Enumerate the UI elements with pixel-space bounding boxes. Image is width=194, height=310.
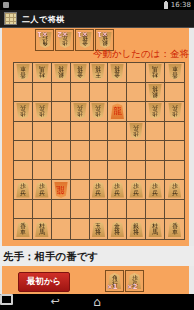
board-cell[interactable]: 龍 <box>108 102 127 122</box>
status-band: 先手：相手の番です <box>0 246 194 266</box>
captured-piece-cell[interactable]: 角行×1 <box>105 270 124 292</box>
captured-piece-cell[interactable]: 歩兵×2 <box>55 29 74 51</box>
board-cell[interactable] <box>90 122 109 142</box>
board-cell[interactable] <box>146 122 165 142</box>
board-cell[interactable]: 歩兵 <box>108 180 127 200</box>
board-cell[interactable] <box>165 141 184 161</box>
board-cell[interactable] <box>71 83 90 103</box>
board-cell[interactable] <box>90 83 109 103</box>
restart-button[interactable]: 最初から <box>18 272 70 292</box>
board-cell[interactable]: 香車 <box>14 63 33 83</box>
board-cell[interactable]: 香車 <box>14 219 33 239</box>
app-title: 二人で将棋 <box>22 14 65 25</box>
board-cell[interactable] <box>165 83 184 103</box>
board-cell[interactable]: 金将 <box>108 63 127 83</box>
board-cell[interactable]: 金将 <box>71 63 90 83</box>
board-cell[interactable]: 龍 <box>52 180 71 200</box>
shogi-piece: 歩兵 <box>110 182 124 198</box>
shogi-board: 香車桂馬銀将金将王将金将桂馬香車銀将歩兵歩兵歩兵歩兵龍歩兵歩兵歩兵歩兵歩兵龍歩兵… <box>13 62 185 240</box>
board-cell[interactable] <box>71 219 90 239</box>
board-cell[interactable] <box>127 83 146 103</box>
board-cell[interactable] <box>71 161 90 181</box>
board-cell[interactable] <box>33 83 52 103</box>
captured-piece-cell[interactable]: 歩兵×2 <box>125 270 144 292</box>
shogi-piece: 香車 <box>16 64 30 80</box>
board-cell[interactable]: 歩兵 <box>14 102 33 122</box>
shogi-piece: 桂馬 <box>35 221 49 237</box>
last-move-note: 今動かしたのは：金将 <box>93 48 189 61</box>
board-cell[interactable]: 歩兵 <box>127 122 146 142</box>
home-icon[interactable]: ⌂ <box>87 294 107 310</box>
recents-icon[interactable] <box>0 294 13 305</box>
board-cell[interactable]: 歩兵 <box>127 180 146 200</box>
board-cell[interactable] <box>108 122 127 142</box>
notification-icon <box>3 2 9 8</box>
board-cell[interactable]: 玉将 <box>90 219 109 239</box>
board-cell[interactable] <box>146 161 165 181</box>
board-cell[interactable] <box>127 161 146 181</box>
board-cell[interactable] <box>90 161 109 181</box>
board-cell[interactable] <box>52 219 71 239</box>
board-cell[interactable]: 桂馬 <box>146 219 165 239</box>
clock-text: 16:38 <box>171 1 191 10</box>
board-cell[interactable] <box>146 141 165 161</box>
board-cell[interactable]: 桂馬 <box>33 63 52 83</box>
board-cell[interactable] <box>108 200 127 220</box>
shogi-piece: 歩兵 <box>168 182 182 198</box>
shogi-piece: 歩兵 <box>148 103 162 119</box>
board-cell[interactable] <box>33 122 52 142</box>
battery-icon <box>164 2 168 9</box>
board-cell[interactable] <box>52 122 71 142</box>
board-cell[interactable]: 桂馬 <box>33 219 52 239</box>
shogi-piece: 歩兵 <box>148 182 162 198</box>
android-status-bar: 16:38 <box>0 0 194 10</box>
board-cell[interactable] <box>165 200 184 220</box>
shogi-piece: 歩兵 <box>58 32 72 48</box>
board-cell[interactable] <box>71 200 90 220</box>
board-cell[interactable] <box>52 141 71 161</box>
shogi-piece: 歩兵 <box>128 273 142 289</box>
board-cell[interactable]: 歩兵 <box>146 102 165 122</box>
board-cell[interactable] <box>71 122 90 142</box>
shogi-piece: 銀将 <box>54 64 68 80</box>
board-cell[interactable]: 歩兵 <box>90 102 109 122</box>
captured-piece-cell[interactable]: 金将×1 <box>75 29 94 51</box>
board-cell[interactable] <box>52 83 71 103</box>
board-cell[interactable] <box>146 200 165 220</box>
shogi-piece: 角行 <box>108 273 122 289</box>
board-cell[interactable] <box>127 200 146 220</box>
board-cell[interactable]: 歩兵 <box>165 102 184 122</box>
back-icon[interactable]: ↩ <box>45 294 65 310</box>
board-cell[interactable] <box>14 122 33 142</box>
board-cell[interactable] <box>90 200 109 220</box>
shogi-piece: 金将 <box>78 32 92 48</box>
board-cell[interactable]: 香車 <box>165 63 184 83</box>
shogi-piece: 歩兵 <box>35 103 49 119</box>
shogi-piece: 桂馬 <box>35 64 49 80</box>
board-cell[interactable] <box>14 83 33 103</box>
board-cell[interactable]: 歩兵 <box>33 102 52 122</box>
shogi-piece: 龍 <box>110 103 124 119</box>
board-cell[interactable] <box>127 102 146 122</box>
board-cell[interactable] <box>127 141 146 161</box>
app-icon <box>4 12 17 25</box>
sente-captured-tray: 角行×1歩兵×2 <box>105 270 145 292</box>
shogi-piece: 歩兵 <box>129 123 143 139</box>
board-cell[interactable]: 香車 <box>165 219 184 239</box>
shogi-piece: 金将 <box>110 64 124 80</box>
shogi-piece: 桂馬 <box>148 221 162 237</box>
board-cell[interactable] <box>52 161 71 181</box>
shogi-piece: 桂馬 <box>148 64 162 80</box>
board-cell[interactable] <box>108 141 127 161</box>
board-cell[interactable]: 歩兵 <box>90 180 109 200</box>
shogi-piece: 王将 <box>91 64 105 80</box>
action-bar: 二人で将棋 <box>0 10 194 28</box>
board-cell[interactable] <box>90 141 109 161</box>
board-cell[interactable] <box>165 161 184 181</box>
shogi-piece: 歩兵 <box>73 103 87 119</box>
app-screen: 16:38 二人で将棋 角行×1歩兵×2金将×1銀将×1 今動かしたのは：金将 … <box>0 0 194 310</box>
board-cell[interactable]: 王将 <box>90 63 109 83</box>
android-nav-bar: ↩ ⌂ <box>0 294 194 310</box>
board-cell[interactable]: 桂馬 <box>146 63 165 83</box>
board-cell[interactable]: 銀将 <box>146 83 165 103</box>
shogi-piece: 金将 <box>73 64 87 80</box>
board-cell[interactable]: 歩兵 <box>146 180 165 200</box>
board-cell[interactable] <box>14 200 33 220</box>
board-cell[interactable] <box>71 141 90 161</box>
shogi-piece: 角行 <box>38 32 52 48</box>
board-cell[interactable] <box>33 161 52 181</box>
shogi-piece: 歩兵 <box>16 182 30 198</box>
board-cell[interactable]: 金将 <box>108 219 127 239</box>
board-cell[interactable] <box>33 200 52 220</box>
board-cell[interactable] <box>52 200 71 220</box>
board-cell[interactable]: 歩兵 <box>14 180 33 200</box>
shogi-piece: 歩兵 <box>91 103 105 119</box>
shogi-piece: 歩兵 <box>16 103 30 119</box>
captured-piece-cell[interactable]: 角行×1 <box>35 29 54 51</box>
board-cell[interactable] <box>108 161 127 181</box>
board-cell[interactable] <box>127 63 146 83</box>
board-cell[interactable] <box>71 180 90 200</box>
board-cell[interactable]: 銀将 <box>52 63 71 83</box>
board-cell[interactable] <box>165 122 184 142</box>
board-cell[interactable] <box>33 141 52 161</box>
shogi-piece: 銀将 <box>129 221 143 237</box>
board-cell[interactable]: 歩兵 <box>165 180 184 200</box>
board-cell[interactable]: 歩兵 <box>33 180 52 200</box>
board-cell[interactable]: 歩兵 <box>71 102 90 122</box>
shogi-piece: 歩兵 <box>91 182 105 198</box>
shogi-piece: 銀将 <box>148 84 162 100</box>
board-cell[interactable] <box>14 141 33 161</box>
shogi-piece: 歩兵 <box>168 103 182 119</box>
shogi-piece: 龍 <box>54 182 68 198</box>
shogi-piece: 歩兵 <box>35 182 49 198</box>
board-cell[interactable] <box>52 102 71 122</box>
board-cell[interactable] <box>14 161 33 181</box>
shogi-piece: 金将 <box>110 221 124 237</box>
shogi-piece: 歩兵 <box>129 182 143 198</box>
board-cell[interactable]: 銀将 <box>127 219 146 239</box>
shogi-piece: 香車 <box>168 221 182 237</box>
shogi-piece: 玉将 <box>91 221 105 237</box>
shogi-piece: 銀将 <box>98 32 112 48</box>
board-cell[interactable] <box>108 83 127 103</box>
shogi-piece: 香車 <box>16 221 30 237</box>
turn-status-message: 先手：相手の番です <box>3 246 194 266</box>
shogi-piece: 香車 <box>168 64 182 80</box>
